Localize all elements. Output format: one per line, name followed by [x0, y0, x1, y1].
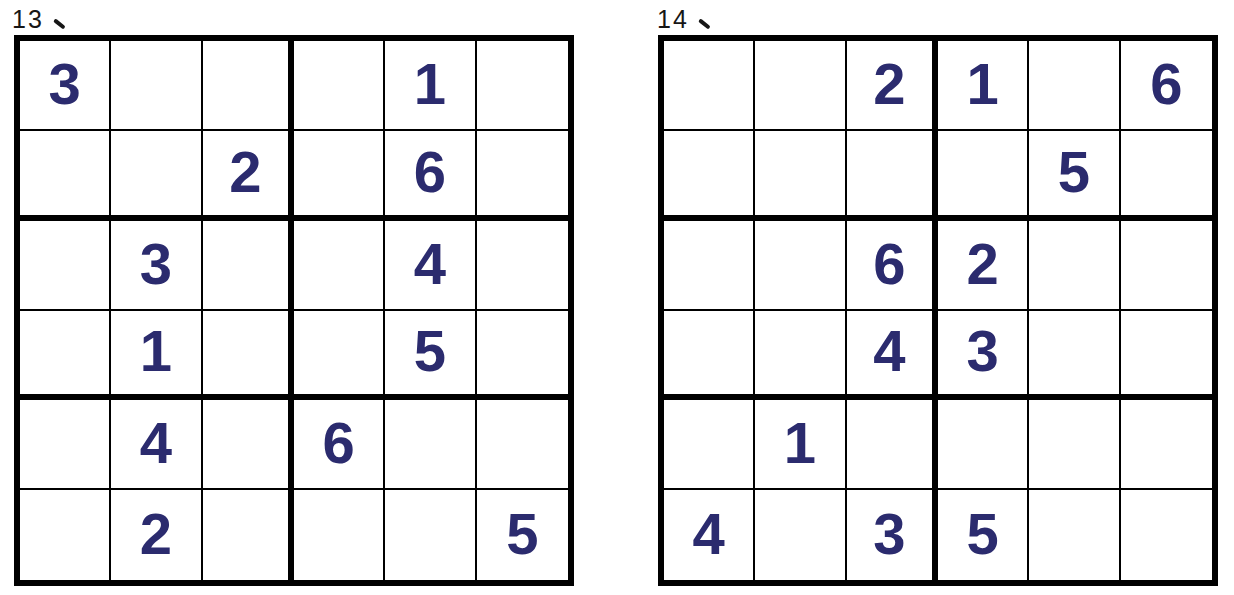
cell-r1c1: 3: [20, 41, 111, 131]
cell-r2c3: [847, 131, 938, 221]
cell-r2c4: [294, 131, 385, 221]
cell-r4c6: [477, 311, 568, 401]
given-digit: 1: [784, 414, 816, 472]
cell-r2c6: [477, 131, 568, 221]
given-digit: 3: [967, 322, 999, 380]
cell-r6c1: 4: [664, 490, 755, 580]
cell-r1c5: [1029, 41, 1120, 131]
given-digit: 2: [140, 505, 172, 563]
cell-r6c6: [1121, 490, 1212, 580]
cell-r5c6: [1121, 400, 1212, 490]
cell-r3c2: [755, 221, 846, 311]
cell-r3c3: [203, 221, 294, 311]
cell-r4c2: [755, 311, 846, 401]
given-digit: 5: [414, 322, 446, 380]
sudoku-board-13: 312634154625: [14, 35, 574, 586]
ideographic-comma-mark: [698, 19, 710, 30]
cell-r4c4: 3: [938, 311, 1029, 401]
cell-r4c1: [20, 311, 111, 401]
cell-r5c1: [20, 400, 111, 490]
given-digit: 4: [873, 322, 905, 380]
cell-r1c4: 1: [938, 41, 1029, 131]
cell-r3c5: [1029, 221, 1120, 311]
given-digit: 2: [873, 55, 905, 113]
cell-r2c1: [20, 131, 111, 221]
cell-r3c1: [664, 221, 755, 311]
given-digit: 1: [140, 322, 172, 380]
cell-r3c5: 4: [385, 221, 476, 311]
cell-r1c3: 2: [847, 41, 938, 131]
cell-r2c2: [111, 131, 202, 221]
cell-r3c6: [1121, 221, 1212, 311]
cell-r4c2: 1: [111, 311, 202, 401]
cell-r3c4: 2: [938, 221, 1029, 311]
cell-r4c5: 5: [385, 311, 476, 401]
cell-r5c5: [385, 400, 476, 490]
cell-r5c2: 4: [111, 400, 202, 490]
cell-r3c3: 6: [847, 221, 938, 311]
cell-r5c3: [847, 400, 938, 490]
given-digit: 6: [1150, 55, 1182, 113]
cell-r2c4: [938, 131, 1029, 221]
cell-r3c2: 3: [111, 221, 202, 311]
cell-r6c3: 3: [847, 490, 938, 580]
cell-r2c1: [664, 131, 755, 221]
cell-r5c4: 6: [294, 400, 385, 490]
cell-r4c3: 4: [847, 311, 938, 401]
given-digit: 6: [414, 143, 446, 201]
given-digit: 6: [323, 414, 355, 472]
given-digit: 3: [140, 235, 172, 293]
ideographic-comma-mark: [53, 19, 65, 30]
given-digit: 4: [693, 505, 725, 563]
cell-r5c6: [477, 400, 568, 490]
cell-r2c2: [755, 131, 846, 221]
cell-r6c5: [385, 490, 476, 580]
given-digit: 3: [873, 505, 905, 563]
cell-r4c1: [664, 311, 755, 401]
given-digit: 5: [967, 505, 999, 563]
cell-r2c6: [1121, 131, 1212, 221]
cell-r4c4: [294, 311, 385, 401]
cell-r1c2: [111, 41, 202, 131]
given-digit: 1: [414, 55, 446, 113]
cell-r2c5: 6: [385, 131, 476, 221]
cell-r1c3: [203, 41, 294, 131]
cell-r1c6: 6: [1121, 41, 1212, 131]
cell-r1c4: [294, 41, 385, 131]
cell-r5c3: [203, 400, 294, 490]
cell-r6c4: [294, 490, 385, 580]
given-digit: 3: [49, 55, 81, 113]
cell-r6c1: [20, 490, 111, 580]
given-digit: 5: [1058, 143, 1090, 201]
cell-r1c5: 1: [385, 41, 476, 131]
cell-r2c5: 5: [1029, 131, 1120, 221]
puzzle-14-label: 14: [657, 4, 711, 34]
cell-r4c6: [1121, 311, 1212, 401]
cell-r1c6: [477, 41, 568, 131]
cell-r5c4: [938, 400, 1029, 490]
cell-r6c3: [203, 490, 294, 580]
cell-r6c6: 5: [477, 490, 568, 580]
cell-r6c2: 2: [111, 490, 202, 580]
puzzle-14-number: 14: [657, 5, 689, 34]
given-digit: 2: [229, 143, 261, 201]
cell-r6c4: 5: [938, 490, 1029, 580]
cell-r5c2: 1: [755, 400, 846, 490]
cell-r4c5: [1029, 311, 1120, 401]
puzzle-13-number: 13: [12, 5, 44, 34]
cell-r1c1: [664, 41, 755, 131]
puzzle-sheet: 13 312634154625 14 216562431435: [0, 0, 1234, 595]
given-digit: 4: [140, 414, 172, 472]
given-digit: 1: [967, 55, 999, 113]
cell-r3c4: [294, 221, 385, 311]
cell-r5c1: [664, 400, 755, 490]
cell-r5c5: [1029, 400, 1120, 490]
sudoku-board-14: 216562431435: [658, 35, 1218, 586]
given-digit: 6: [873, 235, 905, 293]
given-digit: 2: [967, 235, 999, 293]
cell-r6c5: [1029, 490, 1120, 580]
cell-r4c3: [203, 311, 294, 401]
cell-r1c2: [755, 41, 846, 131]
given-digit: 4: [414, 235, 446, 293]
cell-r3c6: [477, 221, 568, 311]
cell-r2c3: 2: [203, 131, 294, 221]
cell-r6c2: [755, 490, 846, 580]
given-digit: 5: [506, 505, 538, 563]
cell-r3c1: [20, 221, 111, 311]
puzzle-13-label: 13: [12, 4, 66, 34]
